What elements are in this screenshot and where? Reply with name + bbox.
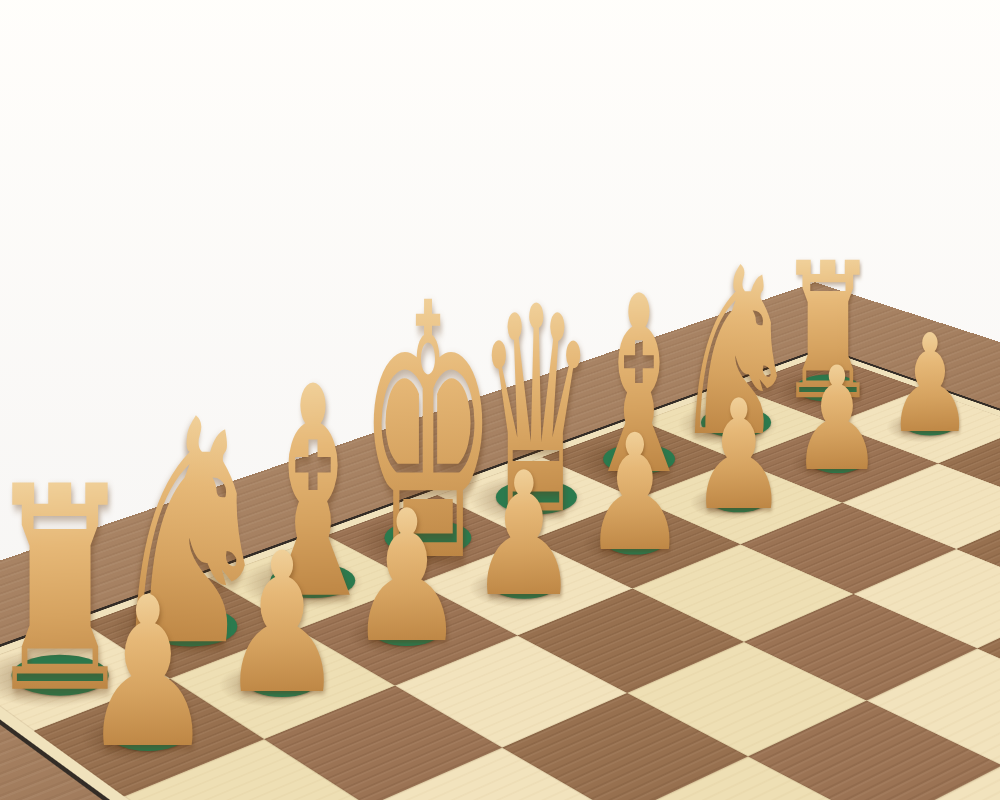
piece-glyph: ♟ <box>583 414 687 575</box>
piece-glyph: ♟ <box>886 317 973 453</box>
piece-glyph: ♟ <box>219 528 344 722</box>
piece-glyph: ♟ <box>791 348 883 491</box>
piece-glyph: ♟ <box>81 570 215 777</box>
chessboard-photo-stage: ♜♞♝♛♚♝♞♜♟♟♟♟♟♟♟♟ <box>0 0 1000 800</box>
piece-glyph: ♟ <box>690 380 788 532</box>
piece-glyph: ♟ <box>469 450 579 621</box>
piece-glyph: ♟ <box>348 488 465 670</box>
